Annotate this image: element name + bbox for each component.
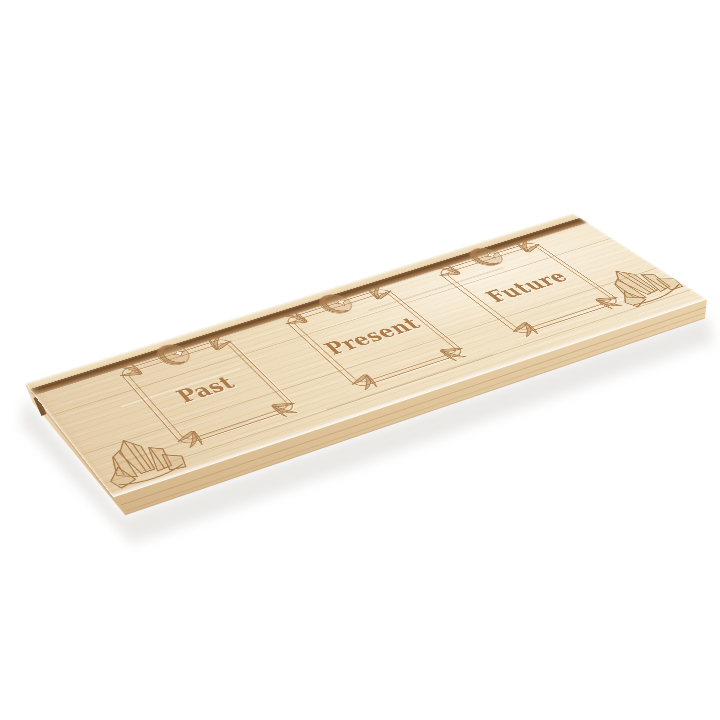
tarot-board-product-photo: Past Present Future (0, 0, 720, 720)
